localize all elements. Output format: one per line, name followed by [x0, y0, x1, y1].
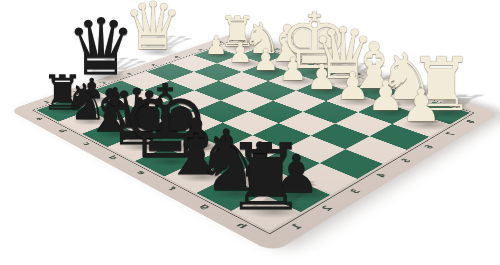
rank-label-1-aside: 1: [41, 100, 51, 104]
file-label-h-far: h: [451, 102, 462, 107]
file-label-g-near: g: [197, 203, 211, 210]
rank-label-3-aside: 3: [97, 81, 107, 85]
file-label-c-near: c: [80, 141, 92, 146]
file-label-a-far: a: [249, 41, 258, 44]
file-label-h-near: h: [233, 222, 248, 230]
rank-label-8-hside: 8: [464, 119, 477, 124]
rank-label-2-hside: 2: [319, 205, 334, 213]
rank-label-7-hside: 7: [443, 131, 456, 136]
file-label-c-far: c: [298, 56, 307, 59]
rank-label-7-aside: 7: [194, 48, 203, 51]
file-label-e-far: e: [354, 72, 364, 76]
file-label-f-far: f: [385, 82, 393, 85]
file-label-g-far: g: [416, 91, 427, 95]
file-label-e-near: e: [134, 169, 147, 175]
file-label-b-far: b: [273, 48, 282, 51]
rank-label-5-aside: 5: [148, 63, 158, 66]
rank-label-8-aside: 8: [215, 41, 224, 44]
file-label-d-near: d: [106, 155, 119, 161]
rank-label-1-hside: 1: [288, 223, 303, 231]
file-label-f-near: f: [165, 186, 177, 192]
chess-set-product-photo: aa11bb22cc33dd44ee55ff66gg77hh88 ♜♜♞♞♝♝♚…: [0, 0, 500, 265]
rank-label-6-aside: 6: [172, 55, 181, 58]
file-label-a-near: a: [33, 116, 44, 121]
rank-label-4-aside: 4: [123, 72, 133, 76]
chessboard: aa11bb22cc33dd44ee55ff66gg77hh88: [9, 33, 500, 253]
rank-label-4-hside: 4: [374, 172, 388, 179]
rank-label-2-aside: 2: [70, 90, 80, 94]
file-label-d-far: d: [325, 64, 335, 68]
board-squares: [37, 40, 470, 230]
rank-label-5-hside: 5: [399, 158, 413, 164]
piece-white-queen-extra: ♛: [123, 0, 182, 60]
rank-label-3-hside: 3: [347, 188, 361, 195]
file-label-b-near: b: [56, 128, 68, 133]
rank-label-6-hside: 6: [422, 144, 435, 150]
